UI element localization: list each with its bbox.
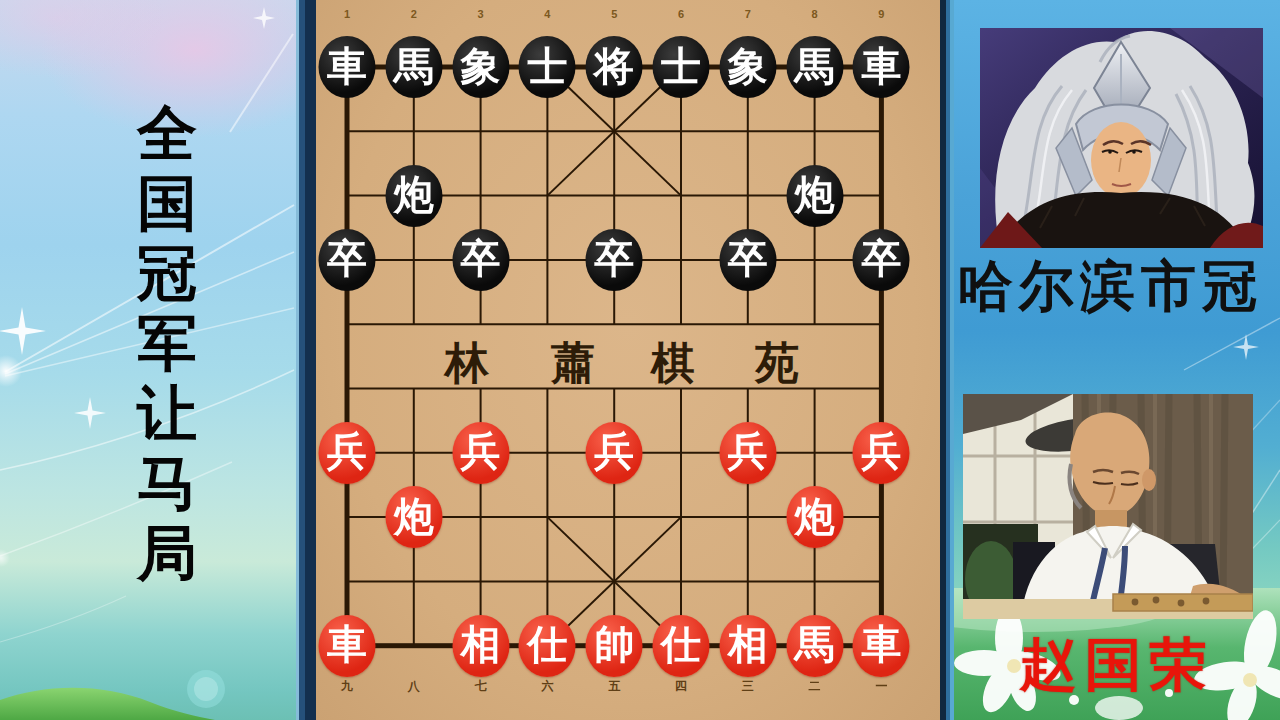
piece-black-士[interactable]: 士 bbox=[653, 36, 710, 98]
piece-black-卒[interactable]: 卒 bbox=[719, 229, 776, 291]
title-char: 让 bbox=[137, 379, 197, 449]
sparkle-star bbox=[74, 397, 106, 429]
red-player-caption: 赵国荣 bbox=[954, 627, 1280, 704]
piece-red-馬[interactable]: 馬 bbox=[786, 615, 843, 677]
piece-black-象[interactable]: 象 bbox=[452, 36, 509, 98]
piece-black-士[interactable]: 士 bbox=[519, 36, 576, 98]
piece-black-卒[interactable]: 卒 bbox=[452, 229, 509, 291]
piece-red-炮[interactable]: 炮 bbox=[786, 486, 843, 548]
board-right-edge bbox=[940, 0, 954, 720]
piece-red-炮[interactable]: 炮 bbox=[385, 486, 442, 548]
board-panel: 123456789 林蕭棋苑 九八七六五四三二一 車馬象士将士象馬車炮炮卒卒卒卒… bbox=[296, 0, 954, 720]
match-title: 全国冠军让马局 bbox=[137, 99, 197, 589]
piece-red-兵[interactable]: 兵 bbox=[719, 422, 776, 484]
red-player-photo bbox=[963, 394, 1253, 619]
piece-black-炮[interactable]: 炮 bbox=[786, 165, 843, 227]
piece-red-相[interactable]: 相 bbox=[719, 615, 776, 677]
piece-red-仕[interactable]: 仕 bbox=[653, 615, 710, 677]
piece-red-車[interactable]: 車 bbox=[319, 615, 376, 677]
piece-red-相[interactable]: 相 bbox=[452, 615, 509, 677]
title-char: 军 bbox=[137, 309, 197, 379]
sparkle-star bbox=[1233, 334, 1259, 360]
piece-black-車[interactable]: 車 bbox=[853, 36, 910, 98]
xiangqi-board: 123456789 林蕭棋苑 九八七六五四三二一 車馬象士将士象馬車炮炮卒卒卒卒… bbox=[316, 0, 940, 720]
grass-hill bbox=[0, 688, 215, 720]
piece-red-車[interactable]: 車 bbox=[853, 615, 910, 677]
title-char: 冠 bbox=[137, 239, 197, 309]
title-char: 马 bbox=[137, 449, 197, 519]
piece-black-卒[interactable]: 卒 bbox=[853, 229, 910, 291]
right-panel: 哈尔滨市冠 bbox=[954, 0, 1280, 720]
piece-black-馬[interactable]: 馬 bbox=[786, 36, 843, 98]
piece-red-兵[interactable]: 兵 bbox=[452, 422, 509, 484]
piece-red-兵[interactable]: 兵 bbox=[853, 422, 910, 484]
piece-red-兵[interactable]: 兵 bbox=[586, 422, 643, 484]
left-panel: 全国冠军让马局 bbox=[0, 0, 296, 720]
piece-black-象[interactable]: 象 bbox=[719, 36, 776, 98]
piece-black-馬[interactable]: 馬 bbox=[385, 36, 442, 98]
piece-black-炮[interactable]: 炮 bbox=[385, 165, 442, 227]
pieces-layer: 車馬象士将士象馬車炮炮卒卒卒卒卒兵兵兵兵兵炮炮車相仕帥仕相馬車 bbox=[316, 0, 940, 720]
piece-black-卒[interactable]: 卒 bbox=[319, 229, 376, 291]
title-char: 国 bbox=[137, 169, 197, 239]
title-char: 局 bbox=[137, 519, 197, 589]
piece-red-兵[interactable]: 兵 bbox=[319, 422, 376, 484]
piece-red-仕[interactable]: 仕 bbox=[519, 615, 576, 677]
title-char: 全 bbox=[137, 99, 197, 169]
video-frame: 全国冠军让马局 123456789 林蕭棋苑 九八七六五四三二一 車馬象士将士象… bbox=[0, 0, 1280, 720]
black-player-avatar bbox=[980, 28, 1263, 248]
black-player-caption: 哈尔滨市冠 bbox=[958, 250, 1263, 324]
sparkle-star bbox=[0, 307, 46, 355]
piece-black-卒[interactable]: 卒 bbox=[586, 229, 643, 291]
piece-black-将[interactable]: 将 bbox=[586, 36, 643, 98]
piece-red-帥[interactable]: 帥 bbox=[586, 615, 643, 677]
piece-black-車[interactable]: 車 bbox=[319, 36, 376, 98]
board-left-edge bbox=[296, 0, 316, 720]
